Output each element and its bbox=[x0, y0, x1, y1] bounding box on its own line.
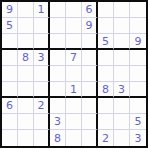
cell-r8c7[interactable] bbox=[98, 114, 114, 130]
cell-r8c2[interactable] bbox=[18, 114, 34, 130]
cell-r5c4[interactable] bbox=[50, 66, 66, 82]
cell-r5c3[interactable] bbox=[34, 66, 50, 82]
cell-r2c9[interactable] bbox=[130, 18, 146, 34]
cell-r9c8[interactable] bbox=[114, 130, 130, 146]
cell-r8c5[interactable] bbox=[66, 114, 82, 130]
cell-r5c8[interactable] bbox=[114, 66, 130, 82]
cell-r6c2[interactable] bbox=[18, 82, 34, 98]
cell-r8c3[interactable] bbox=[34, 114, 50, 130]
cell-r5c7[interactable] bbox=[98, 66, 114, 82]
cell-r3c3[interactable] bbox=[34, 34, 50, 50]
cell-r2c1[interactable]: 5 bbox=[2, 18, 18, 34]
cell-r5c9[interactable] bbox=[130, 66, 146, 82]
cell-r4c4[interactable] bbox=[50, 50, 66, 66]
cell-r8c4[interactable]: 3 bbox=[50, 114, 66, 130]
cell-r3c9[interactable]: 9 bbox=[130, 34, 146, 50]
cell-r8c8[interactable] bbox=[114, 114, 130, 130]
cell-r9c6[interactable] bbox=[82, 130, 98, 146]
cell-r2c4[interactable] bbox=[50, 18, 66, 34]
cell-r4c2[interactable]: 8 bbox=[18, 50, 34, 66]
cell-r7c7[interactable] bbox=[98, 98, 114, 114]
cell-r6c9[interactable] bbox=[130, 82, 146, 98]
cell-r1c6[interactable]: 6 bbox=[82, 2, 98, 18]
cell-r5c2[interactable] bbox=[18, 66, 34, 82]
cell-r7c2[interactable] bbox=[18, 98, 34, 114]
cell-r6c4[interactable] bbox=[50, 82, 66, 98]
cell-r3c4[interactable] bbox=[50, 34, 66, 50]
cell-r2c7[interactable] bbox=[98, 18, 114, 34]
cell-r2c3[interactable] bbox=[34, 18, 50, 34]
cell-r3c2[interactable] bbox=[18, 34, 34, 50]
cell-r3c5[interactable] bbox=[66, 34, 82, 50]
cell-r3c1[interactable] bbox=[2, 34, 18, 50]
cell-r7c9[interactable] bbox=[130, 98, 146, 114]
cell-r9c7[interactable]: 2 bbox=[98, 130, 114, 146]
cell-r1c8[interactable] bbox=[114, 2, 130, 18]
cell-r2c6[interactable]: 9 bbox=[82, 18, 98, 34]
cell-r5c5[interactable] bbox=[66, 66, 82, 82]
cell-r3c7[interactable]: 5 bbox=[98, 34, 114, 50]
cell-r8c1[interactable] bbox=[2, 114, 18, 130]
cell-r1c4[interactable] bbox=[50, 2, 66, 18]
cell-r2c8[interactable] bbox=[114, 18, 130, 34]
cell-r1c1[interactable]: 9 bbox=[2, 2, 18, 18]
cell-r1c5[interactable] bbox=[66, 2, 82, 18]
cell-r6c5[interactable]: 1 bbox=[66, 82, 82, 98]
cell-r9c2[interactable] bbox=[18, 130, 34, 146]
cell-r7c5[interactable] bbox=[66, 98, 82, 114]
cell-r1c3[interactable]: 1 bbox=[34, 2, 50, 18]
cell-r9c5[interactable] bbox=[66, 130, 82, 146]
cell-r6c3[interactable] bbox=[34, 82, 50, 98]
cell-r6c7[interactable]: 8 bbox=[98, 82, 114, 98]
cell-r2c5[interactable] bbox=[66, 18, 82, 34]
cell-r4c1[interactable] bbox=[2, 50, 18, 66]
cell-r4c5[interactable]: 7 bbox=[66, 50, 82, 66]
cell-r8c6[interactable] bbox=[82, 114, 98, 130]
cell-r7c8[interactable] bbox=[114, 98, 130, 114]
cell-r4c9[interactable] bbox=[130, 50, 146, 66]
cell-r7c1[interactable]: 6 bbox=[2, 98, 18, 114]
cell-r7c3[interactable]: 2 bbox=[34, 98, 50, 114]
cell-r5c6[interactable] bbox=[82, 66, 98, 82]
cell-r6c6[interactable] bbox=[82, 82, 98, 98]
cell-r3c8[interactable] bbox=[114, 34, 130, 50]
cell-r9c3[interactable] bbox=[34, 130, 50, 146]
cell-r9c4[interactable]: 8 bbox=[50, 130, 66, 146]
cell-r1c7[interactable] bbox=[98, 2, 114, 18]
cell-r4c3[interactable]: 3 bbox=[34, 50, 50, 66]
cell-r7c6[interactable] bbox=[82, 98, 98, 114]
cell-r4c6[interactable] bbox=[82, 50, 98, 66]
sudoku-board: 91659598371836235823 bbox=[0, 0, 148, 148]
cell-r4c7[interactable] bbox=[98, 50, 114, 66]
cell-r9c1[interactable] bbox=[2, 130, 18, 146]
cell-r1c9[interactable] bbox=[130, 2, 146, 18]
cell-r5c1[interactable] bbox=[2, 66, 18, 82]
cell-r8c9[interactable]: 5 bbox=[130, 114, 146, 130]
cell-r6c8[interactable]: 3 bbox=[114, 82, 130, 98]
cell-r1c2[interactable] bbox=[18, 2, 34, 18]
cell-r6c1[interactable] bbox=[2, 82, 18, 98]
cell-r3c6[interactable] bbox=[82, 34, 98, 50]
cell-r7c4[interactable] bbox=[50, 98, 66, 114]
cell-r4c8[interactable] bbox=[114, 50, 130, 66]
cell-r2c2[interactable] bbox=[18, 18, 34, 34]
cell-r9c9[interactable]: 3 bbox=[130, 130, 146, 146]
